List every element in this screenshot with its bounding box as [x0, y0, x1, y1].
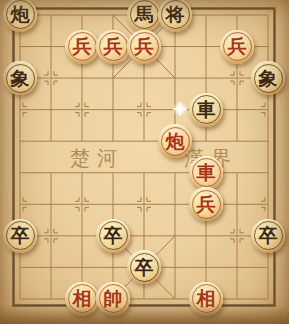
point-c2-r9[interactable]: 相: [67, 283, 98, 315]
piece-glyph: 兵: [135, 37, 154, 56]
point-c4-r0[interactable]: 馬: [129, 0, 160, 31]
piece-glyph: 兵: [73, 37, 92, 56]
point-c8-r1[interactable]: [253, 31, 284, 63]
piece-glyph: 将: [166, 5, 185, 24]
point-c7-r6[interactable]: [222, 188, 253, 220]
piece-black-horse[interactable]: 馬: [127, 0, 161, 32]
point-c8-r6[interactable]: [253, 188, 284, 220]
piece-black-soldier[interactable]: 卒: [96, 219, 130, 253]
point-c4-r9[interactable]: [129, 283, 160, 315]
point-c7-r2[interactable]: [222, 62, 253, 94]
point-c4-r4[interactable]: [129, 125, 160, 157]
point-c5-r9[interactable]: [160, 283, 191, 315]
point-c0-r9[interactable]: [5, 283, 36, 315]
point-c4-r7[interactable]: [129, 220, 160, 252]
point-c3-r3[interactable]: [98, 94, 129, 126]
point-c1-r0[interactable]: [36, 0, 67, 31]
piece-red-soldier[interactable]: 兵: [127, 30, 161, 64]
point-c6-r1[interactable]: [191, 31, 222, 63]
piece-glyph: 卒: [135, 258, 154, 277]
point-c6-r2[interactable]: [191, 62, 222, 94]
piece-glyph: 車: [197, 163, 216, 182]
point-c5-r7[interactable]: [160, 220, 191, 252]
piece-glyph: 象: [11, 69, 30, 88]
point-c8-r0[interactable]: [253, 0, 284, 31]
point-c0-r5[interactable]: [5, 157, 36, 189]
point-c6-r8[interactable]: [191, 252, 222, 284]
point-c4-r5[interactable]: [129, 157, 160, 189]
point-c3-r2[interactable]: [98, 62, 129, 94]
point-c2-r5[interactable]: [67, 157, 98, 189]
piece-black-soldier[interactable]: 卒: [251, 219, 285, 253]
piece-glyph: 相: [73, 289, 92, 308]
point-c1-r2[interactable]: [36, 62, 67, 94]
xiangqi-board: 炮馬将兵兵兵兵象象車炮車兵卒卒卒卒相帥相: [5, 0, 284, 315]
point-c1-r7[interactable]: [36, 220, 67, 252]
piece-black-soldier[interactable]: 卒: [3, 219, 37, 253]
piece-red-chariot[interactable]: 車: [189, 156, 223, 190]
point-c2-r2[interactable]: [67, 62, 98, 94]
point-c0-r3[interactable]: [5, 94, 36, 126]
point-c7-r8[interactable]: [222, 252, 253, 284]
piece-black-cannon[interactable]: 炮: [3, 0, 37, 32]
point-c7-r4[interactable]: [222, 125, 253, 157]
point-c7-r0[interactable]: [222, 0, 253, 31]
point-c6-r6[interactable]: 兵: [191, 188, 222, 220]
point-c0-r1[interactable]: [5, 31, 36, 63]
point-c1-r1[interactable]: [36, 31, 67, 63]
piece-red-soldier[interactable]: 兵: [96, 30, 130, 64]
point-c8-r5[interactable]: [253, 157, 284, 189]
piece-red-soldier[interactable]: 兵: [220, 30, 254, 64]
piece-glyph: 炮: [11, 5, 30, 24]
piece-red-elephant[interactable]: 相: [65, 282, 99, 316]
point-c4-r6[interactable]: [129, 188, 160, 220]
point-c8-r3[interactable]: [253, 94, 284, 126]
piece-glyph: 兵: [104, 37, 123, 56]
piece-glyph: 相: [197, 289, 216, 308]
xiangqi-app: 楚河 漢界 炮馬将兵兵兵兵象象車炮車兵卒卒卒卒相帥相: [0, 0, 289, 324]
point-c3-r8[interactable]: [98, 252, 129, 284]
point-c4-r2[interactable]: [129, 62, 160, 94]
point-c8-r8[interactable]: [253, 252, 284, 284]
piece-glyph: 象: [259, 69, 278, 88]
piece-red-cannon[interactable]: 炮: [158, 124, 192, 158]
point-c5-r1[interactable]: [160, 31, 191, 63]
point-c2-r7[interactable]: [67, 220, 98, 252]
piece-glyph: 車: [197, 100, 216, 119]
point-c3-r5[interactable]: [98, 157, 129, 189]
point-c8-r4[interactable]: [253, 125, 284, 157]
point-c1-r4[interactable]: [36, 125, 67, 157]
piece-glyph: 卒: [259, 226, 278, 245]
point-c7-r1[interactable]: 兵: [222, 31, 253, 63]
point-c6-r9[interactable]: 相: [191, 283, 222, 315]
point-c6-r4[interactable]: [191, 125, 222, 157]
point-c6-r0[interactable]: [191, 0, 222, 31]
point-c7-r7[interactable]: [222, 220, 253, 252]
point-c3-r7[interactable]: 卒: [98, 220, 129, 252]
point-c2-r8[interactable]: [67, 252, 98, 284]
piece-red-general[interactable]: 帥: [96, 282, 130, 316]
point-c0-r0[interactable]: 炮: [5, 0, 36, 31]
point-c1-r5[interactable]: [36, 157, 67, 189]
piece-black-soldier[interactable]: 卒: [127, 250, 161, 284]
piece-glyph: 馬: [135, 5, 154, 24]
point-c6-r7[interactable]: [191, 220, 222, 252]
point-c8-r7[interactable]: 卒: [253, 220, 284, 252]
point-c2-r4[interactable]: [67, 125, 98, 157]
piece-glyph: 兵: [228, 37, 247, 56]
piece-black-general[interactable]: 将: [158, 0, 192, 32]
point-c3-r4[interactable]: [98, 125, 129, 157]
point-c5-r4[interactable]: 炮: [160, 125, 191, 157]
point-c4-r3[interactable]: [129, 94, 160, 126]
piece-glyph: 卒: [104, 226, 123, 245]
piece-black-elephant[interactable]: 象: [3, 61, 37, 95]
point-c5-r2[interactable]: [160, 62, 191, 94]
piece-black-elephant[interactable]: 象: [251, 61, 285, 95]
piece-red-soldier[interactable]: 兵: [65, 30, 99, 64]
piece-black-chariot[interactable]: 車: [189, 93, 223, 127]
point-c6-r3[interactable]: 車: [191, 94, 222, 126]
piece-glyph: 兵: [197, 195, 216, 214]
point-c0-r4[interactable]: [5, 125, 36, 157]
point-c1-r9[interactable]: [36, 283, 67, 315]
point-c2-r0[interactable]: [67, 0, 98, 31]
point-c7-r9[interactable]: [222, 283, 253, 315]
point-c4-r8[interactable]: 卒: [129, 252, 160, 284]
point-c5-r5[interactable]: [160, 157, 191, 189]
point-c2-r3[interactable]: [67, 94, 98, 126]
piece-glyph: 炮: [166, 132, 185, 151]
point-c7-r5[interactable]: [222, 157, 253, 189]
piece-red-elephant[interactable]: 相: [189, 282, 223, 316]
point-c2-r6[interactable]: [67, 188, 98, 220]
piece-glyph: 帥: [104, 289, 123, 308]
point-c3-r6[interactable]: [98, 188, 129, 220]
point-c8-r2[interactable]: 象: [253, 62, 284, 94]
point-c0-r8[interactable]: [5, 252, 36, 284]
point-c4-r1[interactable]: 兵: [129, 31, 160, 63]
point-c1-r6[interactable]: [36, 188, 67, 220]
point-c0-r7[interactable]: 卒: [5, 220, 36, 252]
point-c5-r3[interactable]: [160, 94, 191, 126]
point-c3-r9[interactable]: 帥: [98, 283, 129, 315]
point-c5-r0[interactable]: 将: [160, 0, 191, 31]
point-c0-r2[interactable]: 象: [5, 62, 36, 94]
point-c0-r6[interactable]: [5, 188, 36, 220]
point-c2-r1[interactable]: 兵: [67, 31, 98, 63]
point-c5-r6[interactable]: [160, 188, 191, 220]
piece-red-soldier[interactable]: 兵: [189, 187, 223, 221]
point-c3-r1[interactable]: 兵: [98, 31, 129, 63]
point-c8-r9[interactable]: [253, 283, 284, 315]
point-c6-r5[interactable]: 車: [191, 157, 222, 189]
point-c5-r8[interactable]: [160, 252, 191, 284]
point-c7-r3[interactable]: [222, 94, 253, 126]
point-c1-r3[interactable]: [36, 94, 67, 126]
piece-glyph: 卒: [11, 226, 30, 245]
point-c3-r0[interactable]: [98, 0, 129, 31]
point-c1-r8[interactable]: [36, 252, 67, 284]
